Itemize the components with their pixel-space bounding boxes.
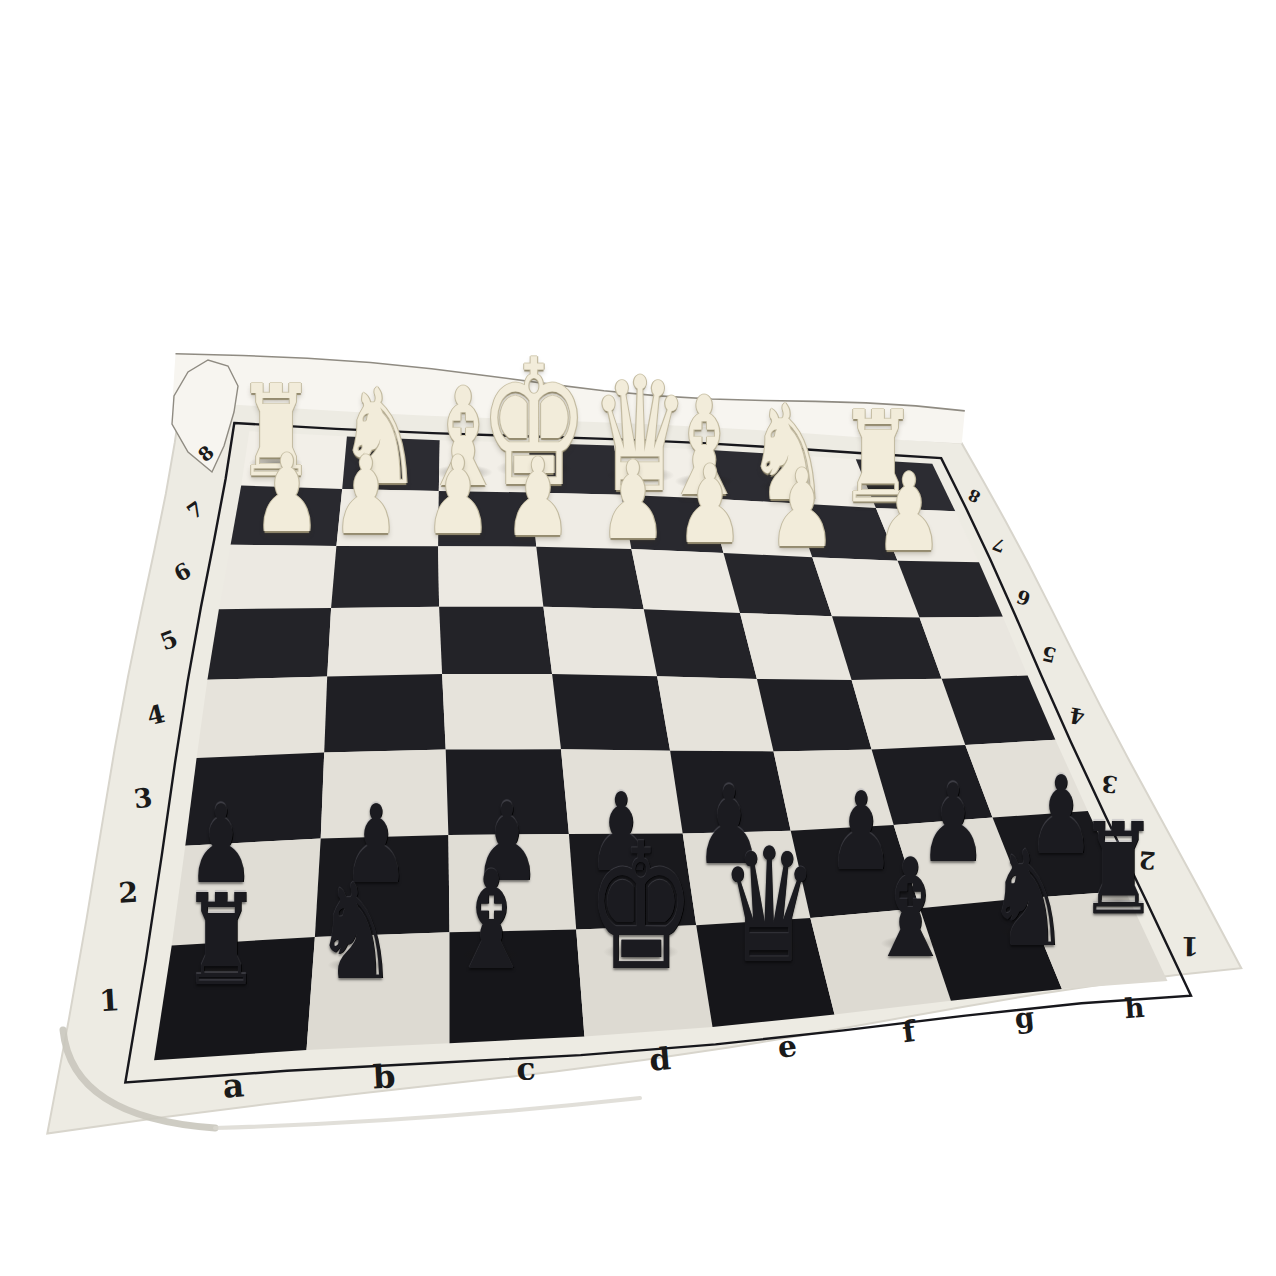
white-pawn-glyph: ♟ xyxy=(769,455,837,563)
piece-black-knight-b1[interactable]: ♞ xyxy=(297,867,415,999)
black-bishop-glyph: ♝ xyxy=(448,853,533,989)
piece-white-pawn-d7[interactable]: ♟ xyxy=(489,444,586,552)
piece-black-rook-a1[interactable]: ♜ xyxy=(165,878,278,1004)
white-pawn-glyph: ♟ xyxy=(332,441,400,549)
black-rook-glyph: ♜ xyxy=(182,878,261,1004)
piece-white-pawn-h7[interactable]: ♟ xyxy=(861,458,958,566)
piece-black-bishop-c1[interactable]: ♝ xyxy=(430,853,552,989)
black-bishop-glyph: ♝ xyxy=(868,842,953,978)
white-pawn-glyph: ♟ xyxy=(504,444,572,552)
white-pawn-glyph: ♟ xyxy=(424,442,492,550)
white-pawn-glyph: ♟ xyxy=(600,446,668,554)
black-knight-glyph: ♞ xyxy=(315,867,398,999)
black-knight-glyph: ♞ xyxy=(986,833,1069,965)
black-queen-glyph: ♛ xyxy=(719,827,818,985)
black-rook-glyph: ♜ xyxy=(1079,807,1158,933)
chess-mat-photo: 88a77b66c55d44e33f22g11h ♜♞♝♚♛♝♞♜♟♟♟♟♟♟♟… xyxy=(0,0,1276,1276)
white-pawn-glyph: ♟ xyxy=(875,458,943,566)
piece-white-pawn-b7[interactable]: ♟ xyxy=(318,441,415,549)
piece-black-king-d1[interactable]: ♚ xyxy=(562,820,719,995)
piece-black-bishop-f1[interactable]: ♝ xyxy=(849,842,971,978)
white-pawn-glyph: ♟ xyxy=(676,451,744,559)
black-king-glyph: ♚ xyxy=(586,820,696,995)
white-pawn-glyph: ♟ xyxy=(253,440,321,548)
piece-white-pawn-f7[interactable]: ♟ xyxy=(662,451,759,559)
piece-black-knight-g1[interactable]: ♞ xyxy=(969,833,1087,965)
pieces-layer: ♜♞♝♚♛♝♞♜♟♟♟♟♟♟♟♟♟♟♟♟♟♟♟♟♜♞♝♚♛♝♞♜ xyxy=(0,0,1276,1276)
piece-white-pawn-g7[interactable]: ♟ xyxy=(754,455,851,563)
